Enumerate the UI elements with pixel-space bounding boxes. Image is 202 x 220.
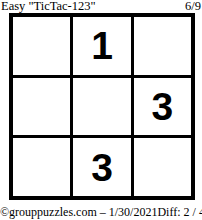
cell-r1c3[interactable]: [134, 17, 191, 75]
footer-copyright: ©grouppuzzles.com – 1/30/2021: [0, 206, 157, 219]
cell-r3c1[interactable]: [13, 138, 70, 196]
cell-r1c2[interactable]: 1: [73, 17, 130, 75]
cell-r2c2[interactable]: [73, 78, 130, 136]
cell-r2c3[interactable]: 3: [134, 78, 191, 136]
puzzle-page: Easy "TicTac-123" 6/9 1 3 3 ©grouppuzzle…: [0, 0, 202, 220]
header: Easy "TicTac-123" 6/9: [0, 0, 202, 13]
clue-counter: 6/9: [185, 0, 202, 13]
cell-r2c1[interactable]: [13, 78, 70, 136]
cell-r3c2[interactable]: 3: [73, 138, 130, 196]
cell-r1c1[interactable]: [13, 17, 70, 75]
cell-r3c3[interactable]: [134, 138, 191, 196]
page-title: Easy "TicTac-123": [0, 0, 96, 13]
tictac123-board: 1 3 3: [9, 13, 195, 200]
footer-difficulty: Diff: 2 / 42: [157, 206, 202, 219]
footer: ©grouppuzzles.com – 1/30/2021 Diff: 2 / …: [0, 206, 202, 219]
